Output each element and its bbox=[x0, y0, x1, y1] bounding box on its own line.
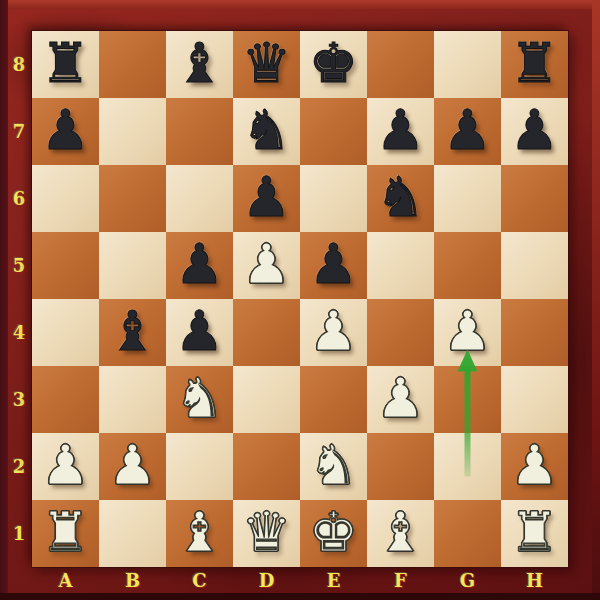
piece-black-pawn[interactable]: ♟ bbox=[300, 232, 367, 299]
square-f4[interactable] bbox=[367, 299, 434, 366]
square-d7[interactable]: ♞ bbox=[233, 98, 300, 165]
square-a6[interactable] bbox=[32, 165, 99, 232]
piece-white-pawn[interactable]: ♟ bbox=[501, 433, 568, 500]
square-d6[interactable]: ♟ bbox=[233, 165, 300, 232]
square-f1[interactable]: ♝ bbox=[367, 500, 434, 567]
piece-black-pawn[interactable]: ♟ bbox=[32, 98, 99, 165]
square-b7[interactable] bbox=[99, 98, 166, 165]
piece-white-pawn[interactable]: ♟ bbox=[367, 366, 434, 433]
square-g2[interactable] bbox=[434, 433, 501, 500]
square-f8[interactable] bbox=[367, 31, 434, 98]
square-c4[interactable]: ♟ bbox=[166, 299, 233, 366]
square-g5[interactable] bbox=[434, 232, 501, 299]
square-g4[interactable]: ♟ bbox=[434, 299, 501, 366]
square-h1[interactable]: ♜ bbox=[501, 500, 568, 567]
square-f5[interactable] bbox=[367, 232, 434, 299]
piece-black-king[interactable]: ♚ bbox=[300, 31, 367, 98]
square-a4[interactable] bbox=[32, 299, 99, 366]
square-e8[interactable]: ♚ bbox=[300, 31, 367, 98]
file-label-e: E bbox=[300, 566, 367, 594]
rank-label-5: 5 bbox=[7, 232, 31, 299]
rank-label-6: 6 bbox=[7, 165, 31, 232]
square-d5[interactable]: ♟ bbox=[233, 232, 300, 299]
piece-black-bishop[interactable]: ♝ bbox=[99, 299, 166, 366]
square-c6[interactable] bbox=[166, 165, 233, 232]
piece-black-knight[interactable]: ♞ bbox=[233, 98, 300, 165]
square-e7[interactable] bbox=[300, 98, 367, 165]
file-label-d: D bbox=[233, 566, 300, 594]
square-d3[interactable] bbox=[233, 366, 300, 433]
square-a1[interactable]: ♜ bbox=[32, 500, 99, 567]
piece-white-king[interactable]: ♚ bbox=[300, 500, 367, 567]
square-d8[interactable]: ♛ bbox=[233, 31, 300, 98]
square-b2[interactable]: ♟ bbox=[99, 433, 166, 500]
square-d4[interactable] bbox=[233, 299, 300, 366]
square-h4[interactable] bbox=[501, 299, 568, 366]
piece-white-rook[interactable]: ♜ bbox=[32, 500, 99, 567]
frame-edge-bottom bbox=[0, 593, 600, 600]
square-a7[interactable]: ♟ bbox=[32, 98, 99, 165]
square-e2[interactable]: ♞ bbox=[300, 433, 367, 500]
square-f6[interactable]: ♞ bbox=[367, 165, 434, 232]
piece-white-pawn[interactable]: ♟ bbox=[300, 299, 367, 366]
piece-white-bishop[interactable]: ♝ bbox=[367, 500, 434, 567]
piece-black-pawn[interactable]: ♟ bbox=[501, 98, 568, 165]
square-b1[interactable] bbox=[99, 500, 166, 567]
square-e3[interactable] bbox=[300, 366, 367, 433]
piece-black-pawn[interactable]: ♟ bbox=[166, 232, 233, 299]
piece-white-knight[interactable]: ♞ bbox=[300, 433, 367, 500]
piece-white-bishop[interactable]: ♝ bbox=[166, 500, 233, 567]
piece-black-pawn[interactable]: ♟ bbox=[233, 165, 300, 232]
file-label-c: C bbox=[166, 566, 233, 594]
rank-label-8: 8 bbox=[7, 31, 31, 98]
square-b4[interactable]: ♝ bbox=[99, 299, 166, 366]
piece-black-knight[interactable]: ♞ bbox=[367, 165, 434, 232]
square-f3[interactable]: ♟ bbox=[367, 366, 434, 433]
file-label-f: F bbox=[367, 566, 434, 594]
piece-white-pawn[interactable]: ♟ bbox=[434, 299, 501, 366]
square-a2[interactable]: ♟ bbox=[32, 433, 99, 500]
frame-edge-right bbox=[592, 0, 600, 600]
piece-white-queen[interactable]: ♛ bbox=[233, 500, 300, 567]
square-h8[interactable]: ♜ bbox=[501, 31, 568, 98]
square-h6[interactable] bbox=[501, 165, 568, 232]
square-h3[interactable] bbox=[501, 366, 568, 433]
file-label-a: A bbox=[32, 566, 99, 594]
square-b3[interactable] bbox=[99, 366, 166, 433]
piece-white-knight[interactable]: ♞ bbox=[166, 366, 233, 433]
rank-label-3: 3 bbox=[7, 366, 31, 433]
square-g7[interactable]: ♟ bbox=[434, 98, 501, 165]
rank-label-2: 2 bbox=[7, 433, 31, 500]
rank-labels: 87654321 bbox=[7, 31, 31, 567]
rank-label-7: 7 bbox=[7, 98, 31, 165]
piece-black-pawn[interactable]: ♟ bbox=[434, 98, 501, 165]
square-g8[interactable] bbox=[434, 31, 501, 98]
square-c5[interactable]: ♟ bbox=[166, 232, 233, 299]
chessboard-app: 87654321 ♜♝♛♚♜♟♞♟♟♟♟♞♟♟♟♝♟♟♟♞♟♟♟♞♟♜♝♛♚♝♜… bbox=[0, 0, 600, 600]
square-c2[interactable] bbox=[166, 433, 233, 500]
file-labels: ABCDEFGH bbox=[32, 566, 568, 594]
square-c1[interactable]: ♝ bbox=[166, 500, 233, 567]
square-h2[interactable]: ♟ bbox=[501, 433, 568, 500]
square-d1[interactable]: ♛ bbox=[233, 500, 300, 567]
file-label-g: G bbox=[434, 566, 501, 594]
rank-label-4: 4 bbox=[7, 299, 31, 366]
square-c7[interactable] bbox=[166, 98, 233, 165]
square-h5[interactable] bbox=[501, 232, 568, 299]
square-b8[interactable] bbox=[99, 31, 166, 98]
square-d2[interactable] bbox=[233, 433, 300, 500]
board: ♜♝♛♚♜♟♞♟♟♟♟♞♟♟♟♝♟♟♟♞♟♟♟♞♟♜♝♛♚♝♜ bbox=[32, 31, 568, 567]
rank-label-1: 1 bbox=[7, 500, 31, 567]
piece-white-pawn[interactable]: ♟ bbox=[99, 433, 166, 500]
square-g6[interactable] bbox=[434, 165, 501, 232]
square-e1[interactable]: ♚ bbox=[300, 500, 367, 567]
file-label-h: H bbox=[501, 566, 568, 594]
square-a8[interactable]: ♜ bbox=[32, 31, 99, 98]
piece-black-bishop[interactable]: ♝ bbox=[166, 31, 233, 98]
piece-black-rook[interactable]: ♜ bbox=[32, 31, 99, 98]
piece-black-queen[interactable]: ♛ bbox=[233, 31, 300, 98]
piece-black-pawn[interactable]: ♟ bbox=[166, 299, 233, 366]
square-e4[interactable]: ♟ bbox=[300, 299, 367, 366]
square-a5[interactable] bbox=[32, 232, 99, 299]
piece-white-rook[interactable]: ♜ bbox=[501, 500, 568, 567]
piece-white-pawn[interactable]: ♟ bbox=[32, 433, 99, 500]
square-g3[interactable] bbox=[434, 366, 501, 433]
square-e6[interactable] bbox=[300, 165, 367, 232]
piece-white-pawn[interactable]: ♟ bbox=[233, 232, 300, 299]
frame-edge-top bbox=[0, 0, 600, 9]
square-a3[interactable] bbox=[32, 366, 99, 433]
square-b6[interactable] bbox=[99, 165, 166, 232]
square-c8[interactable]: ♝ bbox=[166, 31, 233, 98]
square-b5[interactable] bbox=[99, 232, 166, 299]
square-c3[interactable]: ♞ bbox=[166, 366, 233, 433]
square-f7[interactable]: ♟ bbox=[367, 98, 434, 165]
square-h7[interactable]: ♟ bbox=[501, 98, 568, 165]
piece-black-pawn[interactable]: ♟ bbox=[367, 98, 434, 165]
square-e5[interactable]: ♟ bbox=[300, 232, 367, 299]
piece-black-rook[interactable]: ♜ bbox=[501, 31, 568, 98]
file-label-b: B bbox=[99, 566, 166, 594]
square-g1[interactable] bbox=[434, 500, 501, 567]
square-f2[interactable] bbox=[367, 433, 434, 500]
